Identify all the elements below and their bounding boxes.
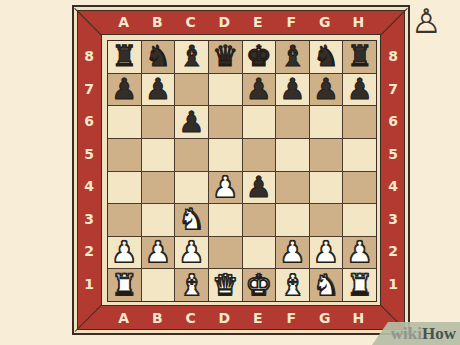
square-b7: ♟ — [142, 74, 175, 106]
square-e3 — [243, 204, 276, 236]
rank-label-8: 8 — [382, 40, 404, 73]
square-c1: ♝ — [175, 269, 208, 301]
white-pawn-icon: ♙ — [411, 4, 441, 38]
square-e2 — [243, 237, 276, 269]
piece-black-pawn-e7: ♟ — [246, 75, 272, 104]
square-h7: ♟ — [343, 74, 376, 106]
square-h2: ♟ — [343, 237, 376, 269]
square-a1: ♜ — [108, 269, 141, 301]
rank-label-7: 7 — [78, 73, 100, 106]
square-h1: ♜ — [343, 269, 376, 301]
piece-white-pawn-b2: ♟ — [145, 238, 171, 267]
screenshot: ABCDEFGH ABCDEFGH 87654321 87654321 ♜♞♝♛… — [0, 0, 460, 345]
square-g3 — [310, 204, 343, 236]
piece-black-pawn-h7: ♟ — [347, 75, 373, 104]
square-b4 — [142, 172, 175, 204]
board-inner-bevel: ♜♞♝♛♚♝♞♜♟♟♟♟♟♟♟♟♟♞♟♟♟♟♟♟♜♝♛♚♝♞♜ — [101, 34, 381, 306]
piece-white-pawn-g2: ♟ — [313, 238, 339, 267]
piece-white-pawn-d4: ♟ — [212, 173, 238, 202]
square-g2: ♟ — [310, 237, 343, 269]
square-h3 — [343, 204, 376, 236]
rank-label-5: 5 — [382, 138, 404, 171]
piece-white-rook-h1: ♜ — [347, 271, 373, 300]
square-e4: ♟ — [243, 172, 276, 204]
square-h4 — [343, 172, 376, 204]
rank-label-2: 2 — [78, 235, 100, 268]
square-b2: ♟ — [142, 237, 175, 269]
rank-label-2: 2 — [382, 235, 404, 268]
square-h8: ♜ — [343, 41, 376, 73]
piece-white-bishop-f1: ♝ — [279, 271, 305, 300]
chess-board: ABCDEFGH ABCDEFGH 87654321 87654321 ♜♞♝♛… — [72, 5, 410, 335]
file-label-D: D — [208, 11, 242, 33]
square-f5 — [276, 139, 309, 171]
square-f7: ♟ — [276, 74, 309, 106]
square-f4 — [276, 172, 309, 204]
square-b3 — [142, 204, 175, 236]
piece-white-knight-c3: ♞ — [179, 205, 205, 234]
square-f6 — [276, 106, 309, 138]
file-label-C: C — [174, 11, 208, 33]
rank-label-3: 3 — [78, 203, 100, 236]
piece-black-king-e8: ♚ — [246, 42, 272, 71]
square-c2: ♟ — [175, 237, 208, 269]
piece-white-knight-g1: ♞ — [313, 271, 339, 300]
square-h6 — [343, 106, 376, 138]
square-d2 — [209, 237, 242, 269]
rank-label-4: 4 — [78, 170, 100, 203]
square-e5 — [243, 139, 276, 171]
piece-white-pawn-a2: ♟ — [111, 238, 137, 267]
square-a6 — [108, 106, 141, 138]
file-label-F: F — [275, 11, 309, 33]
square-g1: ♞ — [310, 269, 343, 301]
square-c4 — [175, 172, 208, 204]
square-b6 — [142, 106, 175, 138]
rank-label-8: 8 — [78, 40, 100, 73]
piece-black-pawn-a7: ♟ — [111, 75, 137, 104]
square-g6 — [310, 106, 343, 138]
piece-black-pawn-e4: ♟ — [246, 173, 272, 202]
piece-black-pawn-b7: ♟ — [145, 75, 171, 104]
rank-label-7: 7 — [382, 73, 404, 106]
rank-label-4: 4 — [382, 170, 404, 203]
square-b1 — [142, 269, 175, 301]
board-squares: ♜♞♝♛♚♝♞♜♟♟♟♟♟♟♟♟♟♞♟♟♟♟♟♟♜♝♛♚♝♞♜ — [107, 40, 377, 302]
file-label-E: E — [241, 11, 275, 33]
square-d7 — [209, 74, 242, 106]
piece-white-pawn-c2: ♟ — [179, 238, 205, 267]
piece-black-pawn-c6: ♟ — [179, 108, 205, 137]
rank-label-1: 1 — [78, 268, 100, 301]
square-a7: ♟ — [108, 74, 141, 106]
square-e8: ♚ — [243, 41, 276, 73]
square-b5 — [142, 139, 175, 171]
file-label-B: B — [141, 11, 175, 33]
file-label-A: A — [107, 307, 141, 329]
piece-black-knight-g8: ♞ — [313, 42, 339, 71]
file-label-H: H — [342, 307, 376, 329]
piece-white-rook-a1: ♜ — [111, 271, 137, 300]
piece-black-bishop-f8: ♝ — [279, 42, 305, 71]
piece-black-pawn-g7: ♟ — [313, 75, 339, 104]
file-label-G: G — [308, 307, 342, 329]
square-c3: ♞ — [175, 204, 208, 236]
square-c6: ♟ — [175, 106, 208, 138]
square-d5 — [209, 139, 242, 171]
square-c8: ♝ — [175, 41, 208, 73]
square-f3 — [276, 204, 309, 236]
file-labels-top: ABCDEFGH — [107, 11, 375, 33]
square-g8: ♞ — [310, 41, 343, 73]
square-d6 — [209, 106, 242, 138]
piece-white-bishop-c1: ♝ — [179, 271, 205, 300]
piece-white-pawn-h2: ♟ — [347, 238, 373, 267]
square-c5 — [175, 139, 208, 171]
piece-black-rook-a8: ♜ — [111, 42, 137, 71]
square-a5 — [108, 139, 141, 171]
file-label-E: E — [241, 307, 275, 329]
piece-black-rook-h8: ♜ — [347, 42, 373, 71]
rank-label-6: 6 — [78, 105, 100, 138]
square-g7: ♟ — [310, 74, 343, 106]
file-label-G: G — [308, 11, 342, 33]
piece-black-queen-d8: ♛ — [212, 42, 238, 71]
piece-black-pawn-f7: ♟ — [279, 75, 305, 104]
square-a4 — [108, 172, 141, 204]
rank-labels-right: 87654321 — [382, 40, 404, 300]
piece-black-knight-b8: ♞ — [145, 42, 171, 71]
square-f2: ♟ — [276, 237, 309, 269]
file-label-H: H — [342, 11, 376, 33]
square-d4: ♟ — [209, 172, 242, 204]
square-g5 — [310, 139, 343, 171]
square-f1: ♝ — [276, 269, 309, 301]
piece-white-pawn-f2: ♟ — [279, 238, 305, 267]
square-b8: ♞ — [142, 41, 175, 73]
piece-white-queen-d1: ♛ — [212, 271, 238, 300]
square-a2: ♟ — [108, 237, 141, 269]
file-label-A: A — [107, 11, 141, 33]
piece-white-king-e1: ♚ — [246, 271, 272, 300]
rank-label-3: 3 — [382, 203, 404, 236]
square-d8: ♛ — [209, 41, 242, 73]
file-label-C: C — [174, 307, 208, 329]
square-h5 — [343, 139, 376, 171]
rank-label-1: 1 — [382, 268, 404, 301]
square-d3 — [209, 204, 242, 236]
watermark-how-text: How — [422, 324, 456, 344]
piece-black-bishop-c8: ♝ — [179, 42, 205, 71]
file-label-F: F — [275, 307, 309, 329]
square-a8: ♜ — [108, 41, 141, 73]
rank-labels-left: 87654321 — [78, 40, 100, 300]
square-d1: ♛ — [209, 269, 242, 301]
rank-label-5: 5 — [78, 138, 100, 171]
file-label-D: D — [208, 307, 242, 329]
square-c7 — [175, 74, 208, 106]
square-e7: ♟ — [243, 74, 276, 106]
square-a3 — [108, 204, 141, 236]
square-e6 — [243, 106, 276, 138]
square-f8: ♝ — [276, 41, 309, 73]
rank-label-6: 6 — [382, 105, 404, 138]
file-labels-bottom: ABCDEFGH — [107, 307, 375, 329]
square-g4 — [310, 172, 343, 204]
watermark-wiki-text: wiki — [391, 324, 422, 344]
file-label-B: B — [141, 307, 175, 329]
square-e1: ♚ — [243, 269, 276, 301]
